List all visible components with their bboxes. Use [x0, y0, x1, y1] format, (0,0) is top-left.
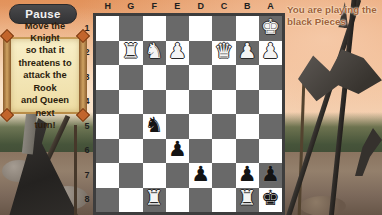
piece-black-pawn: ♟: [168, 139, 187, 160]
square-a4[interactable]: [259, 90, 282, 115]
square-a7[interactable]: ♟: [259, 163, 282, 188]
square-b3[interactable]: [236, 65, 259, 90]
square-d3[interactable]: [189, 65, 212, 90]
square-f2[interactable]: ♞: [143, 41, 166, 66]
rank-label-7: 7: [81, 163, 93, 188]
file-label-C: C: [212, 1, 235, 12]
chess-board: ♚♜♞♟♛♟♟♞♟♟♟♟♜♜♚: [93, 13, 285, 215]
file-labels: HGFEDCBA: [96, 1, 282, 12]
square-h4[interactable]: [96, 90, 119, 115]
square-e3[interactable]: [166, 65, 189, 90]
square-b7[interactable]: ♟: [236, 163, 259, 188]
square-e6[interactable]: ♟: [166, 139, 189, 164]
piece-white-knight: ♞: [145, 41, 164, 62]
square-h1[interactable]: [96, 16, 119, 41]
instruction-text: Move the Knight so that it threatens to …: [3, 34, 87, 117]
square-f8[interactable]: ♜: [143, 188, 166, 213]
square-c2[interactable]: ♛: [212, 41, 235, 66]
square-c8[interactable]: [212, 188, 235, 213]
square-e7[interactable]: [166, 163, 189, 188]
piece-black-knight: ♞: [145, 115, 164, 136]
spear-shaft: [74, 125, 77, 215]
square-e5[interactable]: [166, 114, 189, 139]
square-d1[interactable]: [189, 16, 212, 41]
piece-white-rook: ♜: [121, 41, 140, 62]
square-b2[interactable]: ♟: [236, 41, 259, 66]
square-h3[interactable]: [96, 65, 119, 90]
square-h6[interactable]: [96, 139, 119, 164]
square-e8[interactable]: [166, 188, 189, 213]
square-g1[interactable]: [119, 16, 142, 41]
piece-white-pawn: ♟: [238, 41, 257, 62]
game-screen: HGFEDCBA 12345678 ♚♜♞♟♛♟♟♞♟♟♟♟♜♜♚ Pause …: [0, 0, 382, 215]
file-label-E: E: [166, 1, 189, 12]
square-a8[interactable]: ♚: [259, 188, 282, 213]
square-g2[interactable]: ♜: [119, 41, 142, 66]
side-note-text: You are playing the black Pieces: [287, 4, 382, 27]
square-c5[interactable]: [212, 114, 235, 139]
square-h2[interactable]: [96, 41, 119, 66]
piece-black-king: ♚: [261, 188, 280, 209]
rank-label-6: 6: [81, 139, 93, 164]
square-g6[interactable]: [119, 139, 142, 164]
piece-white-queen: ♛: [214, 41, 233, 62]
square-c4[interactable]: [212, 90, 235, 115]
square-f4[interactable]: [143, 90, 166, 115]
file-label-F: F: [143, 1, 166, 12]
piece-white-rook: ♜: [238, 188, 257, 209]
square-d6[interactable]: [189, 139, 212, 164]
file-label-B: B: [236, 1, 259, 12]
instruction-scroll: Move the Knight so that it threatens to …: [3, 34, 87, 117]
square-e4[interactable]: [166, 90, 189, 115]
square-h8[interactable]: [96, 188, 119, 213]
square-e1[interactable]: [166, 16, 189, 41]
square-g8[interactable]: [119, 188, 142, 213]
square-f1[interactable]: [143, 16, 166, 41]
square-b6[interactable]: [236, 139, 259, 164]
square-g4[interactable]: [119, 90, 142, 115]
square-a6[interactable]: [259, 139, 282, 164]
square-b4[interactable]: [236, 90, 259, 115]
square-g7[interactable]: [119, 163, 142, 188]
background-rock: [300, 196, 346, 215]
square-e2[interactable]: ♟: [166, 41, 189, 66]
square-g5[interactable]: [119, 114, 142, 139]
square-d2[interactable]: [189, 41, 212, 66]
file-label-D: D: [189, 1, 212, 12]
square-b5[interactable]: [236, 114, 259, 139]
square-a2[interactable]: ♟: [259, 41, 282, 66]
square-b1[interactable]: [236, 16, 259, 41]
piece-white-rook: ♜: [145, 188, 164, 209]
piece-black-pawn: ♟: [191, 164, 210, 185]
piece-black-pawn: ♟: [261, 164, 280, 185]
square-a1[interactable]: ♚: [259, 16, 282, 41]
square-a3[interactable]: [259, 65, 282, 90]
square-c6[interactable]: [212, 139, 235, 164]
square-d8[interactable]: [189, 188, 212, 213]
square-g3[interactable]: [119, 65, 142, 90]
rank-label-8: 8: [81, 188, 93, 213]
square-c7[interactable]: [212, 163, 235, 188]
square-c1[interactable]: [212, 16, 235, 41]
square-c3[interactable]: [212, 65, 235, 90]
square-h5[interactable]: [96, 114, 119, 139]
square-f7[interactable]: [143, 163, 166, 188]
piece-white-pawn: ♟: [168, 41, 187, 62]
piece-white-pawn: ♟: [261, 41, 280, 62]
piece-white-king: ♚: [261, 17, 280, 38]
file-label-G: G: [119, 1, 142, 12]
square-d5[interactable]: [189, 114, 212, 139]
square-b8[interactable]: ♜: [236, 188, 259, 213]
square-a5[interactable]: [259, 114, 282, 139]
square-f3[interactable]: [143, 65, 166, 90]
file-label-A: A: [259, 1, 282, 12]
square-f6[interactable]: [143, 139, 166, 164]
square-f5[interactable]: ♞: [143, 114, 166, 139]
square-d4[interactable]: [189, 90, 212, 115]
square-h7[interactable]: [96, 163, 119, 188]
piece-black-pawn: ♟: [238, 164, 257, 185]
square-d7[interactable]: ♟: [189, 163, 212, 188]
file-label-H: H: [96, 1, 119, 12]
